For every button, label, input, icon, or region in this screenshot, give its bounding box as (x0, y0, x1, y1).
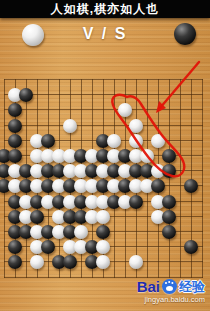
black-stone (96, 225, 110, 239)
white-stone (96, 255, 110, 269)
black-stone (41, 240, 55, 254)
black-stone (63, 255, 77, 269)
black-stone (8, 149, 22, 163)
black-player-stone-icon (174, 23, 196, 45)
white-stone (96, 240, 110, 254)
white-stone (129, 134, 143, 148)
grid-line-horizontal (4, 109, 203, 110)
baidu-logo-text: Bai (137, 279, 160, 294)
black-stone (8, 255, 22, 269)
black-stone (8, 103, 22, 117)
white-stone (129, 119, 143, 133)
black-stone (162, 225, 176, 239)
black-stone (184, 240, 198, 254)
black-stone (162, 195, 176, 209)
black-stone (162, 210, 176, 224)
watermark-url: jingyan.baidu.com (137, 296, 205, 304)
grid-line-horizontal (4, 277, 203, 278)
white-stone (107, 134, 121, 148)
white-stone (140, 149, 154, 163)
grid-line-horizontal (4, 125, 203, 126)
white-stone (74, 225, 88, 239)
white-stone (118, 103, 132, 117)
black-stone (151, 179, 165, 193)
white-stone (96, 210, 110, 224)
black-stone (129, 195, 143, 209)
black-stone (8, 240, 22, 254)
grid-line-horizontal (4, 94, 203, 95)
go-board[interactable] (0, 18, 210, 311)
black-stone (162, 164, 176, 178)
jingyan-label: 经验 (179, 280, 205, 293)
title-text: 人如棋,棋亦如人也 (51, 1, 159, 18)
baidu-paw-icon: du (162, 279, 177, 294)
baidu-watermark: Bai du 经验 jingyan.baidu.com (137, 279, 205, 304)
black-stone (41, 134, 55, 148)
go-puzzle-screenshot: 人如棋,棋亦如人也 V / S Bai du 经验 jingyan.baidu.… (0, 0, 210, 311)
black-stone (8, 119, 22, 133)
page-title: 人如棋,棋亦如人也 (0, 0, 210, 18)
versus-bar: V / S (0, 18, 210, 56)
grid-line-horizontal (4, 79, 203, 80)
black-stone (30, 210, 44, 224)
white-stone (151, 134, 165, 148)
white-stone (30, 255, 44, 269)
black-stone (162, 149, 176, 163)
black-stone (19, 88, 33, 102)
black-stone (184, 179, 198, 193)
white-stone (129, 255, 143, 269)
wood-background: V / S (0, 18, 210, 311)
black-stone (8, 134, 22, 148)
white-stone (63, 119, 77, 133)
